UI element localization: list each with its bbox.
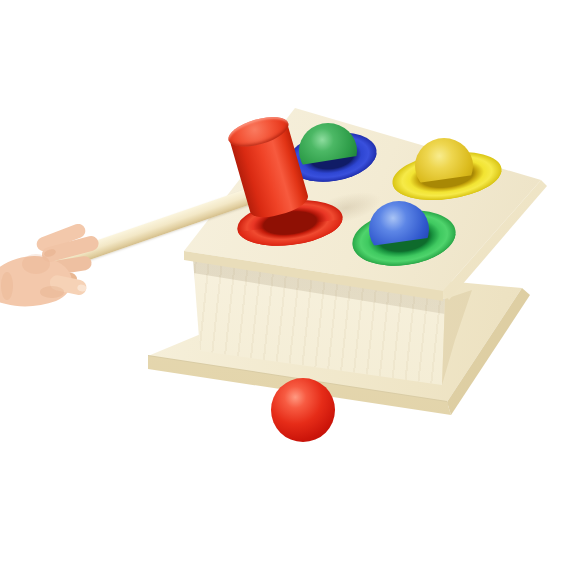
red-ball <box>271 378 335 442</box>
palm-shading <box>40 286 64 298</box>
baby-hand <box>0 224 150 339</box>
hand-shading <box>22 254 50 274</box>
toy-photo <box>0 0 586 586</box>
hammer-head-top-cap <box>225 111 291 152</box>
wrist-crease <box>1 272 13 300</box>
